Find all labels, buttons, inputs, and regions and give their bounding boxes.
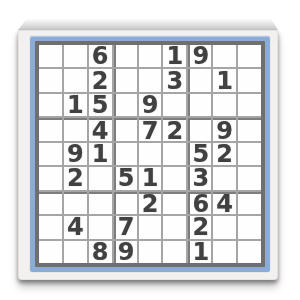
sudoku-cell-r7c4	[114, 192, 137, 214]
sudoku-cell-r1c9	[238, 45, 261, 67]
sudoku-cell-r5c9	[238, 143, 261, 165]
slab-top-face	[18, 17, 278, 30]
sudoku-cell-r7c2	[64, 192, 87, 214]
sudoku-cell-r9c1	[39, 241, 62, 263]
sudoku-cell-r9c7: 1	[188, 241, 211, 263]
sudoku-cell-r1c8	[213, 45, 236, 67]
sudoku-cell-r7c1	[39, 192, 62, 214]
sudoku-cell-r2c7	[188, 69, 211, 91]
sudoku-cell-r8c4: 7	[114, 216, 137, 238]
sudoku-cell-r4c3: 4	[89, 118, 112, 140]
sudoku-cell-r2c5	[139, 69, 162, 91]
sudoku-cell-r8c3	[89, 216, 112, 238]
sudoku-cell-r7c5: 2	[139, 192, 162, 214]
sudoku-cell-r1c6: 1	[163, 45, 186, 67]
sudoku-cell-r6c2: 2	[64, 167, 87, 189]
sudoku-cell-r5c1	[39, 143, 62, 165]
sudoku-cell-r4c8: 9	[213, 118, 236, 140]
sudoku-cell-r3c2: 1	[64, 94, 87, 116]
sudoku-cell-r6c1	[39, 167, 62, 189]
sudoku-cell-r3c1	[39, 94, 62, 116]
sudoku-cell-r6c7: 3	[188, 167, 211, 189]
sudoku-cell-r4c6: 2	[163, 118, 186, 140]
sudoku-cell-r2c1	[39, 69, 62, 91]
sudoku-cell-r3c7	[188, 94, 211, 116]
sudoku-cell-r5c3: 1	[89, 143, 112, 165]
sudoku-cell-r6c9	[238, 167, 261, 189]
sudoku-cell-r8c5	[139, 216, 162, 238]
sudoku-cell-r3c5: 9	[139, 94, 162, 116]
sudoku-cell-r4c4	[114, 118, 137, 140]
sudoku-cell-r7c6	[163, 192, 186, 214]
sudoku-cell-r1c4	[114, 45, 137, 67]
sudoku-cell-r5c8: 2	[213, 143, 236, 165]
sudoku-cell-r9c8	[213, 241, 236, 263]
sudoku-cell-r4c5: 7	[139, 118, 162, 140]
sudoku-cell-r2c2	[64, 69, 87, 91]
sudoku-cell-r6c6	[163, 167, 186, 189]
sudoku-cell-r1c5	[139, 45, 162, 67]
sudoku-cell-r3c9	[238, 94, 261, 116]
sudoku-cell-r3c3: 5	[89, 94, 112, 116]
sudoku-cell-r2c3: 2	[89, 69, 112, 91]
slab-front-face: 619231159472991522513264472891	[18, 30, 278, 280]
sudoku-cell-r7c3	[89, 192, 112, 214]
sudoku-cell-r8c1	[39, 216, 62, 238]
sudoku-cell-r1c2	[64, 45, 87, 67]
sudoku-cell-r3c4	[114, 94, 137, 116]
sudoku-cell-r6c8	[213, 167, 236, 189]
sudoku-cell-r5c2: 9	[64, 143, 87, 165]
sudoku-cell-r8c9	[238, 216, 261, 238]
sudoku-cell-r4c9	[238, 118, 261, 140]
sudoku-app-icon[interactable]: 619231159472991522513264472891	[0, 0, 300, 300]
sudoku-cell-r1c3: 6	[89, 45, 112, 67]
sudoku-cell-r7c8: 4	[213, 192, 236, 214]
sudoku-cell-r3c8	[213, 94, 236, 116]
sudoku-cell-r3c6	[163, 94, 186, 116]
sudoku-cell-r9c3: 8	[89, 241, 112, 263]
sudoku-cell-r9c2	[64, 241, 87, 263]
sudoku-cell-r5c6	[163, 143, 186, 165]
sudoku-cell-r2c9	[238, 69, 261, 91]
board-blue-frame: 619231159472991522513264472891	[30, 36, 270, 272]
sudoku-cell-r6c4: 5	[114, 167, 137, 189]
sudoku-cell-r4c2	[64, 118, 87, 140]
sudoku-cell-r4c7	[188, 118, 211, 140]
sudoku-cell-r9c6	[163, 241, 186, 263]
sudoku-cell-r2c6: 3	[163, 69, 186, 91]
sudoku-cell-r2c4	[114, 69, 137, 91]
sudoku-cell-r8c8	[213, 216, 236, 238]
sudoku-cell-r2c8: 1	[213, 69, 236, 91]
sudoku-cell-r1c7: 9	[188, 45, 211, 67]
sudoku-cell-r5c5	[139, 143, 162, 165]
sudoku-cell-r8c7: 2	[188, 216, 211, 238]
sudoku-cell-r9c4: 9	[114, 241, 137, 263]
sudoku-cell-r7c7: 6	[188, 192, 211, 214]
sudoku-cell-r1c1	[39, 45, 62, 67]
sudoku-cell-r4c1	[39, 118, 62, 140]
sudoku-cell-r9c5	[139, 241, 162, 263]
sudoku-cell-r8c2: 4	[64, 216, 87, 238]
board-outer-border: 619231159472991522513264472891	[35, 41, 265, 267]
icon-slab: 619231159472991522513264472891	[18, 17, 278, 280]
sudoku-cell-r7c9	[238, 192, 261, 214]
sudoku-cell-r6c3	[89, 167, 112, 189]
sudoku-cell-r5c7: 5	[188, 143, 211, 165]
sudoku-cell-r9c9	[238, 241, 261, 263]
sudoku-cell-r8c6	[163, 216, 186, 238]
sudoku-cell-r6c5: 1	[139, 167, 162, 189]
sudoku-cell-r5c4	[114, 143, 137, 165]
sudoku-grid: 619231159472991522513264472891	[39, 45, 261, 263]
